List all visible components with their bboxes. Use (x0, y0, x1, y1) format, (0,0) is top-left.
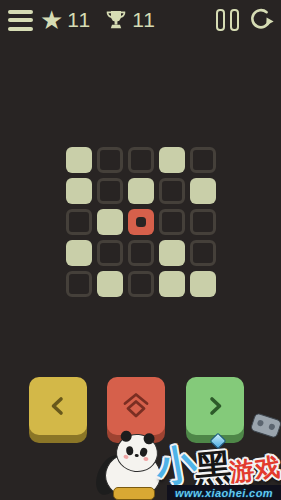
panda-blush (143, 457, 148, 462)
grid-cell-empty (128, 240, 154, 266)
grid-cell-filled (66, 147, 92, 173)
watermark-url: www.xiaohei.com (175, 487, 273, 499)
grid-cell-empty (66, 271, 92, 297)
star-count: 11 (67, 8, 91, 32)
panda-head (114, 432, 160, 474)
grid-cell-filled (159, 147, 185, 173)
grid-cell-empty (128, 147, 154, 173)
grid-cell-filled (97, 271, 123, 297)
grid-cell-empty (97, 147, 123, 173)
restart-icon (248, 7, 274, 33)
star-icon: ★ (40, 7, 63, 33)
watermark-url-bar: www.xiaohei.com (167, 485, 281, 500)
grid-cell-marker (128, 209, 154, 235)
move-right-button[interactable] (186, 377, 244, 435)
brand-char-hei: 黑 (193, 448, 233, 488)
puzzle-grid (66, 147, 216, 297)
grid-cell-filled (66, 178, 92, 204)
topbar-right (216, 7, 274, 33)
menu-button[interactable] (8, 10, 33, 31)
grid-cell-empty (159, 209, 185, 235)
grid-cell-empty (66, 209, 92, 235)
hamburger-icon (8, 18, 33, 22)
panda-eye (126, 446, 134, 456)
grid-cell-filled (97, 209, 123, 235)
chevron-right-icon (201, 392, 229, 420)
grid-cell-empty (128, 271, 154, 297)
hamburger-icon (8, 27, 33, 31)
gem-icon (210, 433, 227, 450)
panda-eye (139, 447, 148, 458)
panda-belt (113, 487, 155, 500)
grid-cell-filled (159, 240, 185, 266)
grid-cell-empty (190, 147, 216, 173)
panda-nose (135, 454, 139, 457)
trophy-icon (104, 8, 128, 32)
panda-arm (90, 451, 129, 499)
chevron-left-icon (44, 392, 72, 420)
grid-cell-filled (128, 178, 154, 204)
pause-button[interactable] (216, 9, 239, 31)
move-left-button[interactable] (29, 377, 87, 435)
grid-cell-empty (97, 240, 123, 266)
pause-icon (230, 9, 239, 31)
panda-blush (123, 455, 128, 460)
stamp-button[interactable] (107, 377, 165, 435)
grid-cell-empty (190, 209, 216, 235)
brand-word-youxi: 游戏 (228, 454, 281, 485)
grid-cell-filled (66, 240, 92, 266)
gamepad-icon (250, 412, 281, 439)
grid-cell-empty (97, 178, 123, 204)
star-counter: ★ 11 (40, 7, 91, 33)
app-screen: ★ 11 11 (0, 0, 281, 500)
top-bar: ★ 11 11 (8, 6, 274, 34)
grid-cell-filled (190, 271, 216, 297)
grid-cell-empty (190, 240, 216, 266)
marker-dot (136, 217, 146, 227)
restart-button[interactable] (248, 7, 274, 33)
panda-mascot (100, 434, 168, 500)
brand-char-xiao: 小 (153, 442, 199, 488)
panda-body (105, 452, 161, 499)
diamond-stamp-icon (121, 391, 151, 421)
pause-icon (216, 9, 225, 31)
trophy-counter: 11 (98, 8, 156, 32)
trophy-count: 11 (132, 8, 156, 32)
grid-cell-filled (190, 178, 216, 204)
grid-cell-empty (159, 178, 185, 204)
hamburger-icon (8, 10, 33, 14)
grid-cell-filled (159, 271, 185, 297)
